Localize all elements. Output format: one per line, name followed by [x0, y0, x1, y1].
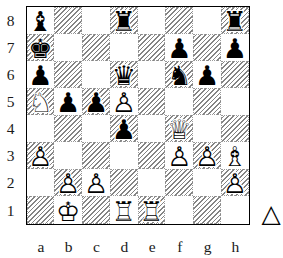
white-to-move-triangle-icon: △ [257, 199, 283, 227]
square-a1 [27, 196, 55, 223]
black-pawn-g6: ♟♟ [193, 61, 221, 88]
square-a3: ♟♙ [27, 142, 55, 169]
square-f3: ♟♙ [165, 142, 193, 169]
square-f4: ♛♕ [165, 115, 193, 142]
white-rook-e1: ♜♖ [138, 196, 166, 223]
rank-label-7: 7 [0, 34, 21, 61]
square-a8: ♝♝ [27, 7, 55, 34]
square-c8 [82, 7, 110, 34]
white-pawn-h2: ♟♙ [221, 169, 249, 196]
square-d4: ♟♟ [110, 115, 138, 142]
file-label-f: f [166, 237, 194, 257]
rank-label-3: 3 [0, 143, 21, 170]
chess-board: ♝♝♜♜♜♜♚♚♟♟♟♟♟♟♛♛♞♞♟♟♞♘♟♟♟♟♟♙♟♟♛♕♟♙♟♙♟♙♝♗… [26, 6, 250, 225]
rank-label-4: 4 [0, 116, 21, 143]
file-label-d: d [110, 237, 138, 257]
square-c4 [82, 115, 110, 142]
square-e4 [138, 115, 166, 142]
square-f7: ♟♟ [165, 34, 193, 61]
square-g8 [193, 7, 221, 34]
white-pawn-f3: ♟♙ [165, 142, 193, 169]
square-d2 [110, 169, 138, 196]
black-rook-d8: ♜♜ [110, 7, 138, 34]
square-b1: ♚♔ [54, 196, 82, 223]
white-king-b1: ♚♔ [54, 196, 82, 223]
square-e3 [138, 142, 166, 169]
square-e2 [138, 169, 166, 196]
square-c1 [82, 196, 110, 223]
square-h1 [221, 196, 249, 223]
rank-label-6: 6 [0, 61, 21, 88]
black-pawn-f7: ♟♟ [165, 34, 193, 61]
square-b8 [54, 7, 82, 34]
file-label-c: c [83, 237, 111, 257]
square-b5: ♟♟ [54, 88, 82, 115]
black-knight-f6: ♞♞ [165, 61, 193, 88]
square-h6 [221, 61, 249, 88]
square-g3: ♟♙ [193, 142, 221, 169]
white-bishop-h3: ♝♗ [221, 142, 249, 169]
square-f2 [165, 169, 193, 196]
square-h3: ♝♗ [221, 142, 249, 169]
square-c7 [82, 34, 110, 61]
square-g1 [193, 196, 221, 223]
rank-label-2: 2 [0, 170, 21, 197]
white-pawn-a3: ♟♙ [27, 142, 55, 169]
white-queen-f4: ♛♕ [165, 115, 193, 142]
square-f6: ♞♞ [165, 61, 193, 88]
square-a5: ♞♘ [27, 88, 55, 115]
square-g2 [193, 169, 221, 196]
white-pawn-g3: ♟♙ [193, 142, 221, 169]
black-pawn-d4: ♟♟ [110, 115, 138, 142]
square-e5 [138, 88, 166, 115]
square-a2 [27, 169, 55, 196]
square-d6: ♛♛ [110, 61, 138, 88]
black-queen-d6: ♛♛ [110, 61, 138, 88]
square-b2: ♟♙ [54, 169, 82, 196]
square-c5: ♟♟ [82, 88, 110, 115]
black-rook-h8: ♜♜ [221, 7, 249, 34]
rank-label-5: 5 [0, 88, 21, 115]
square-h5 [221, 88, 249, 115]
white-pawn-c2: ♟♙ [82, 169, 110, 196]
file-label-a: a [27, 237, 55, 257]
white-knight-a5: ♞♘ [27, 88, 55, 115]
square-d7 [110, 34, 138, 61]
square-h8: ♜♜ [221, 7, 249, 34]
square-h2: ♟♙ [221, 169, 249, 196]
square-g6: ♟♟ [193, 61, 221, 88]
square-e1: ♜♖ [138, 196, 166, 223]
chess-diagram-page: 87654321 ♝♝♜♜♜♜♚♚♟♟♟♟♟♟♛♛♞♞♟♟♞♘♟♟♟♟♟♙♟♟♛… [0, 0, 283, 258]
square-e7 [138, 34, 166, 61]
black-pawn-h7: ♟♟ [221, 34, 249, 61]
square-d8: ♜♜ [110, 7, 138, 34]
square-c6 [82, 61, 110, 88]
square-d3 [110, 142, 138, 169]
square-b3 [54, 142, 82, 169]
square-c2: ♟♙ [82, 169, 110, 196]
file-label-b: b [55, 237, 83, 257]
square-g7 [193, 34, 221, 61]
rank-label-8: 8 [0, 7, 21, 34]
square-c3 [82, 142, 110, 169]
black-bishop-a8: ♝♝ [27, 7, 55, 34]
square-b6 [54, 61, 82, 88]
square-f8 [165, 7, 193, 34]
square-h7: ♟♟ [221, 34, 249, 61]
white-rook-d1: ♜♖ [110, 196, 138, 223]
rank-label-1: 1 [0, 197, 21, 224]
black-pawn-a6: ♟♟ [27, 61, 55, 88]
square-g4 [193, 115, 221, 142]
square-a4 [27, 115, 55, 142]
black-pawn-c5: ♟♟ [82, 88, 110, 115]
file-label-h: h [222, 237, 250, 257]
black-pawn-b5: ♟♟ [54, 88, 82, 115]
square-f5 [165, 88, 193, 115]
square-a6: ♟♟ [27, 61, 55, 88]
square-d1: ♜♖ [110, 196, 138, 223]
square-e6 [138, 61, 166, 88]
black-king-a7: ♚♚ [27, 34, 55, 61]
square-g5 [193, 88, 221, 115]
square-b7 [54, 34, 82, 61]
white-pawn-d5: ♟♙ [110, 88, 138, 115]
file-label-e: e [138, 237, 166, 257]
file-label-g: g [194, 237, 222, 257]
square-d5: ♟♙ [110, 88, 138, 115]
square-h4 [221, 115, 249, 142]
square-f1 [165, 196, 193, 223]
white-pawn-b2: ♟♙ [54, 169, 82, 196]
square-e8 [138, 7, 166, 34]
square-b4 [54, 115, 82, 142]
square-a7: ♚♚ [27, 34, 55, 61]
